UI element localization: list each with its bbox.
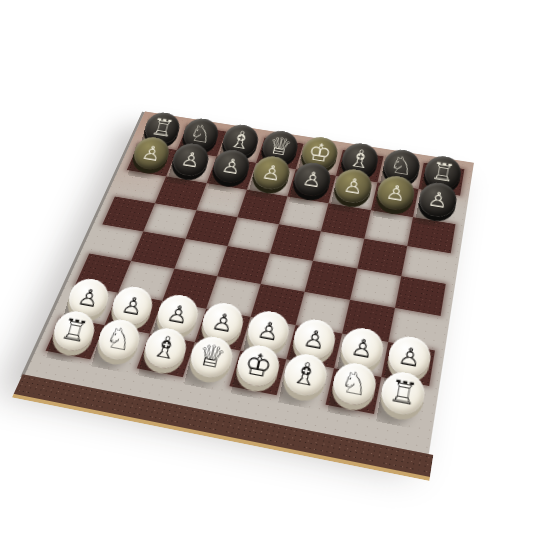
black-pawn-icon: ♙ <box>342 174 365 197</box>
white-king-icon: ♔ <box>242 349 275 383</box>
piece-white-knight-g1[interactable]: ♘ <box>329 360 378 409</box>
square-d5[interactable] <box>227 217 279 253</box>
square-f4[interactable] <box>305 261 357 300</box>
white-rook-icon: ♖ <box>386 376 419 412</box>
black-pawn-icon: ♙ <box>140 142 163 164</box>
chess-board: ♖♘♗♕♔♗♘♖♙♙♙♙♙♙♙♙♙♙♙♙♙♙♙♙♖♘♗♕♔♗♘♖ <box>25 111 474 454</box>
piece-white-queen-d1[interactable]: ♕ <box>187 334 236 381</box>
photo-background: ♖♘♗♕♔♗♘♖♙♙♙♙♙♙♙♙♙♙♙♙♙♙♙♙♖♘♗♕♔♗♘♖ <box>0 0 533 533</box>
white-knight-icon: ♘ <box>103 323 136 357</box>
white-pawn-icon: ♙ <box>75 285 102 311</box>
black-pawn-icon: ♙ <box>301 168 324 191</box>
white-pawn-icon: ♙ <box>348 334 375 362</box>
white-pawn-icon: ♙ <box>119 293 146 320</box>
white-pawn-icon: ♙ <box>255 317 282 344</box>
white-pawn-icon: ♙ <box>209 309 236 336</box>
square-e5[interactable] <box>270 224 321 261</box>
square-f1[interactable]: ♗ <box>277 359 334 404</box>
white-queen-icon: ♕ <box>195 340 228 374</box>
white-bishop-icon: ♗ <box>148 332 181 366</box>
black-pawn-icon: ♙ <box>179 148 202 170</box>
piece-white-king-e1[interactable]: ♔ <box>233 343 282 391</box>
square-h7[interactable]: ♙ <box>413 189 460 224</box>
white-pawn-icon: ♙ <box>164 301 191 328</box>
square-c6[interactable] <box>196 183 247 217</box>
stone-slab: ♖♘♗♕♔♗♘♖♙♙♙♙♙♙♙♙♙♙♙♙♙♙♙♙♖♘♗♕♔♗♘♖ <box>25 111 474 454</box>
piece-white-knight-b1[interactable]: ♘ <box>95 317 144 363</box>
square-g5[interactable] <box>357 238 407 276</box>
piece-white-rook-a1[interactable]: ♖ <box>49 309 98 355</box>
chess-board-grid: ♖♘♗♕♔♗♘♖♙♙♙♙♙♙♙♙♙♙♙♙♙♙♙♙♖♘♗♕♔♗♘♖ <box>46 120 465 424</box>
white-knight-icon: ♘ <box>337 367 370 402</box>
white-bishop-icon: ♗ <box>289 358 322 393</box>
white-pawn-icon: ♙ <box>301 326 328 354</box>
black-pawn-icon: ♙ <box>426 188 449 211</box>
black-pawn-icon: ♙ <box>260 161 283 184</box>
black-pawn-icon: ♙ <box>384 181 407 204</box>
white-pawn-icon: ♙ <box>396 343 423 371</box>
square-h1[interactable]: ♖ <box>374 377 430 424</box>
black-pawn-icon: ♙ <box>219 155 242 177</box>
piece-white-bishop-c1[interactable]: ♗ <box>140 325 189 372</box>
white-rook-icon: ♖ <box>57 315 90 348</box>
square-g1[interactable]: ♘ <box>325 368 381 414</box>
